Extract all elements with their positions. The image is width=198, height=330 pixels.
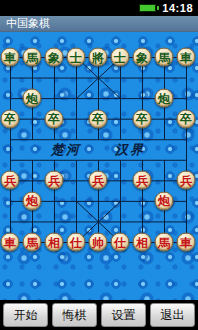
bottom-toolbar: 开始 悔棋 设置 退出 xyxy=(0,300,198,330)
piece-red-soldier-5[interactable]: 兵 xyxy=(177,171,196,190)
piece-black-chariot-right[interactable]: 車 xyxy=(177,48,196,67)
status-clock: 14:18 xyxy=(162,2,193,14)
title-bar: 中国象棋 xyxy=(0,16,198,32)
piece-black-elephant-right[interactable]: 象 xyxy=(133,48,152,67)
piece-black-cannon-left[interactable]: 炮 xyxy=(23,89,42,108)
xiangqi-board[interactable]: 楚河 汉界 車馬象士將士象馬車炮炮卒卒卒卒卒兵兵兵兵兵炮炮車馬相仕帅仕相馬車 xyxy=(0,32,198,300)
start-button[interactable]: 开始 xyxy=(3,303,48,327)
status-bar: 14:18 xyxy=(0,0,198,16)
app-window: 14:18 中国象棋 楚河 汉界 車馬象士將士象馬車炮炮卒卒卒卒卒兵兵兵兵兵炮炮… xyxy=(0,0,198,330)
piece-red-cannon-left[interactable]: 炮 xyxy=(23,191,42,210)
piece-red-chariot-right[interactable]: 車 xyxy=(177,233,196,252)
piece-red-advisor-right[interactable]: 仕 xyxy=(111,233,130,252)
piece-red-horse-left[interactable]: 馬 xyxy=(23,233,42,252)
piece-black-horse-left[interactable]: 馬 xyxy=(23,48,42,67)
piece-red-elephant-left[interactable]: 相 xyxy=(45,233,64,252)
board-grid xyxy=(10,57,187,243)
piece-black-cannon-right[interactable]: 炮 xyxy=(155,89,174,108)
piece-red-chariot-left[interactable]: 車 xyxy=(1,233,20,252)
piece-red-horse-right[interactable]: 馬 xyxy=(155,233,174,252)
piece-black-soldier-2[interactable]: 卒 xyxy=(45,109,64,128)
piece-black-elephant-left[interactable]: 象 xyxy=(45,48,64,67)
exit-button[interactable]: 退出 xyxy=(150,303,195,327)
piece-black-soldier-3[interactable]: 卒 xyxy=(89,109,108,128)
piece-black-horse-right[interactable]: 馬 xyxy=(155,48,174,67)
piece-red-soldier-3[interactable]: 兵 xyxy=(89,171,108,190)
piece-red-general[interactable]: 帅 xyxy=(89,233,108,252)
piece-red-soldier-2[interactable]: 兵 xyxy=(45,171,64,190)
piece-black-advisor-right[interactable]: 士 xyxy=(111,48,130,67)
piece-black-soldier-4[interactable]: 卒 xyxy=(133,109,152,128)
piece-black-advisor-left[interactable]: 士 xyxy=(67,48,86,67)
piece-black-general[interactable]: 將 xyxy=(89,48,108,67)
undo-button[interactable]: 悔棋 xyxy=(52,303,97,327)
piece-red-elephant-right[interactable]: 相 xyxy=(133,233,152,252)
piece-red-soldier-4[interactable]: 兵 xyxy=(133,171,152,190)
piece-red-advisor-left[interactable]: 仕 xyxy=(67,233,86,252)
app-title: 中国象棋 xyxy=(6,16,50,31)
piece-black-soldier-5[interactable]: 卒 xyxy=(177,109,196,128)
piece-red-soldier-1[interactable]: 兵 xyxy=(1,171,20,190)
piece-black-soldier-1[interactable]: 卒 xyxy=(1,109,20,128)
piece-black-chariot-left[interactable]: 車 xyxy=(1,48,20,67)
battery-icon xyxy=(139,4,156,12)
settings-button[interactable]: 设置 xyxy=(101,303,146,327)
piece-red-cannon-right[interactable]: 炮 xyxy=(155,191,174,210)
